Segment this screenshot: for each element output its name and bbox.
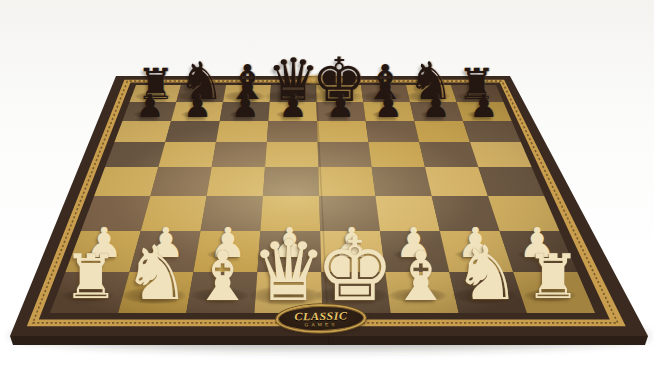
piece-black-pawn-g7[interactable]: ♟ (420, 90, 452, 122)
piece-white-knight-g1[interactable]: ♞ (450, 237, 525, 312)
piece-black-pawn-f7[interactable]: ♟ (372, 90, 404, 122)
piece-white-king-e1[interactable]: ♚ (311, 226, 399, 314)
piece-black-pawn-a7[interactable]: ♟ (134, 90, 166, 122)
piece-white-rook-a1[interactable]: ♜ (60, 247, 122, 309)
chess-board-photo: ♜♞♝♛♚♝♞♜♟♟♟♟♟♟♟♟♟♟♟♟♟♟♟♟♜♞♝♛♚♝♞♜ CLASSIC… (0, 0, 654, 378)
piece-black-pawn-d7[interactable]: ♟ (277, 90, 309, 122)
piece-white-rook-h1[interactable]: ♜ (522, 247, 584, 309)
piece-black-pawn-e7[interactable]: ♟ (325, 90, 357, 122)
piece-black-pawn-b7[interactable]: ♟ (182, 90, 214, 122)
piece-white-bishop-f1[interactable]: ♝ (387, 242, 456, 311)
logo-text-games: GAMES (305, 322, 338, 327)
piece-black-pawn-h7[interactable]: ♟ (468, 90, 500, 122)
piece-black-pawn-c7[interactable]: ♟ (229, 90, 261, 122)
piece-white-knight-b1[interactable]: ♞ (119, 237, 194, 312)
